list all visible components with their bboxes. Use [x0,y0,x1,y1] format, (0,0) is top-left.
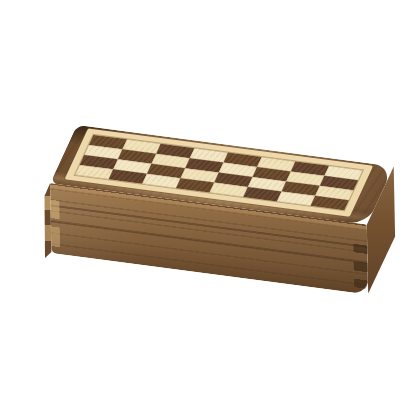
finger-joint-left [50,183,60,254]
finger-joint-right [353,223,368,295]
product-photo-scene [0,0,416,416]
